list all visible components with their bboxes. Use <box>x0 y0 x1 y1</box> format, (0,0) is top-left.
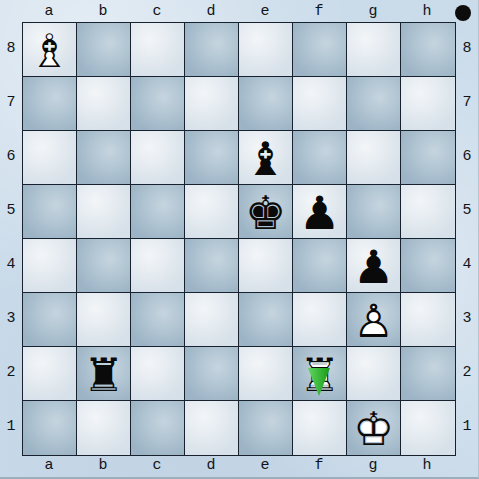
piece-black-rook-b2[interactable]: ♜ <box>77 347 130 401</box>
file-label-bottom-e: e <box>238 456 292 475</box>
square-d5[interactable] <box>185 185 239 239</box>
square-b5[interactable] <box>77 185 131 239</box>
square-a3[interactable] <box>23 293 77 347</box>
piece-black-pawn-f5[interactable]: ♟ <box>293 185 346 239</box>
square-a7[interactable] <box>23 77 77 131</box>
square-e1[interactable] <box>239 401 293 455</box>
square-b1[interactable] <box>77 401 131 455</box>
rank-label-left-2: 2 <box>1 346 21 400</box>
square-c5[interactable] <box>131 185 185 239</box>
square-a4[interactable] <box>23 239 77 293</box>
rank-label-right-7: 7 <box>457 76 477 130</box>
square-b7[interactable] <box>77 77 131 131</box>
square-f4[interactable] <box>293 239 347 293</box>
rank-label-left-5: 5 <box>1 184 21 238</box>
square-b2[interactable]: ♜ <box>77 347 131 401</box>
square-h5[interactable] <box>401 185 455 239</box>
square-f3[interactable] <box>293 293 347 347</box>
square-a2[interactable] <box>23 347 77 401</box>
black-to-move-indicator-dot <box>455 5 471 21</box>
piece-glyph-outline: ♖ <box>293 347 346 401</box>
piece-glyph: ♟ <box>293 185 346 239</box>
rank-label-left-6: 6 <box>1 130 21 184</box>
square-e8[interactable] <box>239 23 293 77</box>
square-b8[interactable] <box>77 23 131 77</box>
square-f8[interactable] <box>293 23 347 77</box>
piece-black-pawn-g4[interactable]: ♟ <box>347 239 400 293</box>
square-e3[interactable] <box>239 293 293 347</box>
square-h6[interactable] <box>401 131 455 185</box>
file-label-bottom-d: d <box>184 456 238 475</box>
square-h8[interactable] <box>401 23 455 77</box>
piece-white-bishop-a8[interactable]: ♝♗ <box>23 23 76 77</box>
square-d7[interactable] <box>185 77 239 131</box>
piece-glyph-outline: ♗ <box>23 23 76 77</box>
piece-white-king-g1[interactable]: ♚♔ <box>347 401 400 455</box>
square-d4[interactable] <box>185 239 239 293</box>
square-f2[interactable]: ♜♖ <box>293 347 347 401</box>
square-g8[interactable] <box>347 23 401 77</box>
square-d8[interactable] <box>185 23 239 77</box>
square-d2[interactable] <box>185 347 239 401</box>
square-d3[interactable] <box>185 293 239 347</box>
file-label-top-f: f <box>292 2 346 21</box>
square-f7[interactable] <box>293 77 347 131</box>
file-label-bottom-b: b <box>76 456 130 475</box>
file-label-bottom-a: a <box>22 456 76 475</box>
file-label-bottom-g: g <box>346 456 400 475</box>
file-label-top-b: b <box>76 2 130 21</box>
square-b4[interactable] <box>77 239 131 293</box>
chess-board: ♝♗♝♚♟♟♟♙♜♜♖♚♔ <box>22 22 456 456</box>
square-e4[interactable] <box>239 239 293 293</box>
square-a6[interactable] <box>23 131 77 185</box>
piece-glyph: ♟ <box>347 239 400 293</box>
square-h4[interactable] <box>401 239 455 293</box>
square-c1[interactable] <box>131 401 185 455</box>
square-g7[interactable] <box>347 77 401 131</box>
piece-glyph-outline: ♙ <box>347 293 400 347</box>
square-b6[interactable] <box>77 131 131 185</box>
square-c8[interactable] <box>131 23 185 77</box>
rank-label-left-7: 7 <box>1 76 21 130</box>
file-label-bottom-h: h <box>400 456 454 475</box>
rank-label-right-4: 4 <box>457 238 477 292</box>
square-g5[interactable] <box>347 185 401 239</box>
rank-label-right-1: 1 <box>457 400 477 454</box>
square-h7[interactable] <box>401 77 455 131</box>
square-f5[interactable]: ♟ <box>293 185 347 239</box>
square-d6[interactable] <box>185 131 239 185</box>
piece-black-bishop-e6[interactable]: ♝ <box>239 131 292 185</box>
file-label-bottom-f: f <box>292 456 346 475</box>
file-label-top-d: d <box>184 2 238 21</box>
square-c3[interactable] <box>131 293 185 347</box>
square-b3[interactable] <box>77 293 131 347</box>
square-g2[interactable] <box>347 347 401 401</box>
piece-black-king-e5[interactable]: ♚ <box>239 185 292 239</box>
file-label-top-c: c <box>130 2 184 21</box>
square-g1[interactable]: ♚♔ <box>347 401 401 455</box>
square-h1[interactable] <box>401 401 455 455</box>
square-c7[interactable] <box>131 77 185 131</box>
file-label-top-g: g <box>346 2 400 21</box>
piece-white-rook-f2[interactable]: ♜♖ <box>293 347 346 401</box>
file-label-top-a: a <box>22 2 76 21</box>
file-label-bottom-c: c <box>130 456 184 475</box>
piece-white-pawn-g3[interactable]: ♟♙ <box>347 293 400 347</box>
square-g6[interactable] <box>347 131 401 185</box>
square-e2[interactable] <box>239 347 293 401</box>
square-e5[interactable]: ♚ <box>239 185 293 239</box>
square-c6[interactable] <box>131 131 185 185</box>
rank-label-right-3: 3 <box>457 292 477 346</box>
square-e7[interactable] <box>239 77 293 131</box>
square-a8[interactable]: ♝♗ <box>23 23 77 77</box>
piece-glyph: ♝ <box>239 131 292 185</box>
piece-glyph-outline: ♔ <box>347 401 400 455</box>
square-f6[interactable] <box>293 131 347 185</box>
square-e6[interactable]: ♝ <box>239 131 293 185</box>
square-h2[interactable] <box>401 347 455 401</box>
square-c2[interactable] <box>131 347 185 401</box>
rank-label-right-6: 6 <box>457 130 477 184</box>
square-a1[interactable] <box>23 401 77 455</box>
rank-label-right-8: 8 <box>457 22 477 76</box>
square-g3[interactable]: ♟♙ <box>347 293 401 347</box>
rank-label-left-1: 1 <box>1 400 21 454</box>
square-a5[interactable] <box>23 185 77 239</box>
file-label-top-e: e <box>238 2 292 21</box>
rank-label-left-3: 3 <box>1 292 21 346</box>
piece-glyph: ♚ <box>239 185 292 239</box>
rank-label-left-8: 8 <box>1 22 21 76</box>
square-f1[interactable] <box>293 401 347 455</box>
piece-glyph: ♜ <box>77 347 130 401</box>
rank-label-right-5: 5 <box>457 184 477 238</box>
file-label-top-h: h <box>400 2 454 21</box>
chess-board-panel: ♝♗♝♚♟♟♟♙♜♜♖♚♔ aabbccddeeffgghh8877665544… <box>0 0 479 479</box>
square-c4[interactable] <box>131 239 185 293</box>
rank-label-right-2: 2 <box>457 346 477 400</box>
rank-label-left-4: 4 <box>1 238 21 292</box>
square-d1[interactable] <box>185 401 239 455</box>
square-h3[interactable] <box>401 293 455 347</box>
square-g4[interactable]: ♟ <box>347 239 401 293</box>
